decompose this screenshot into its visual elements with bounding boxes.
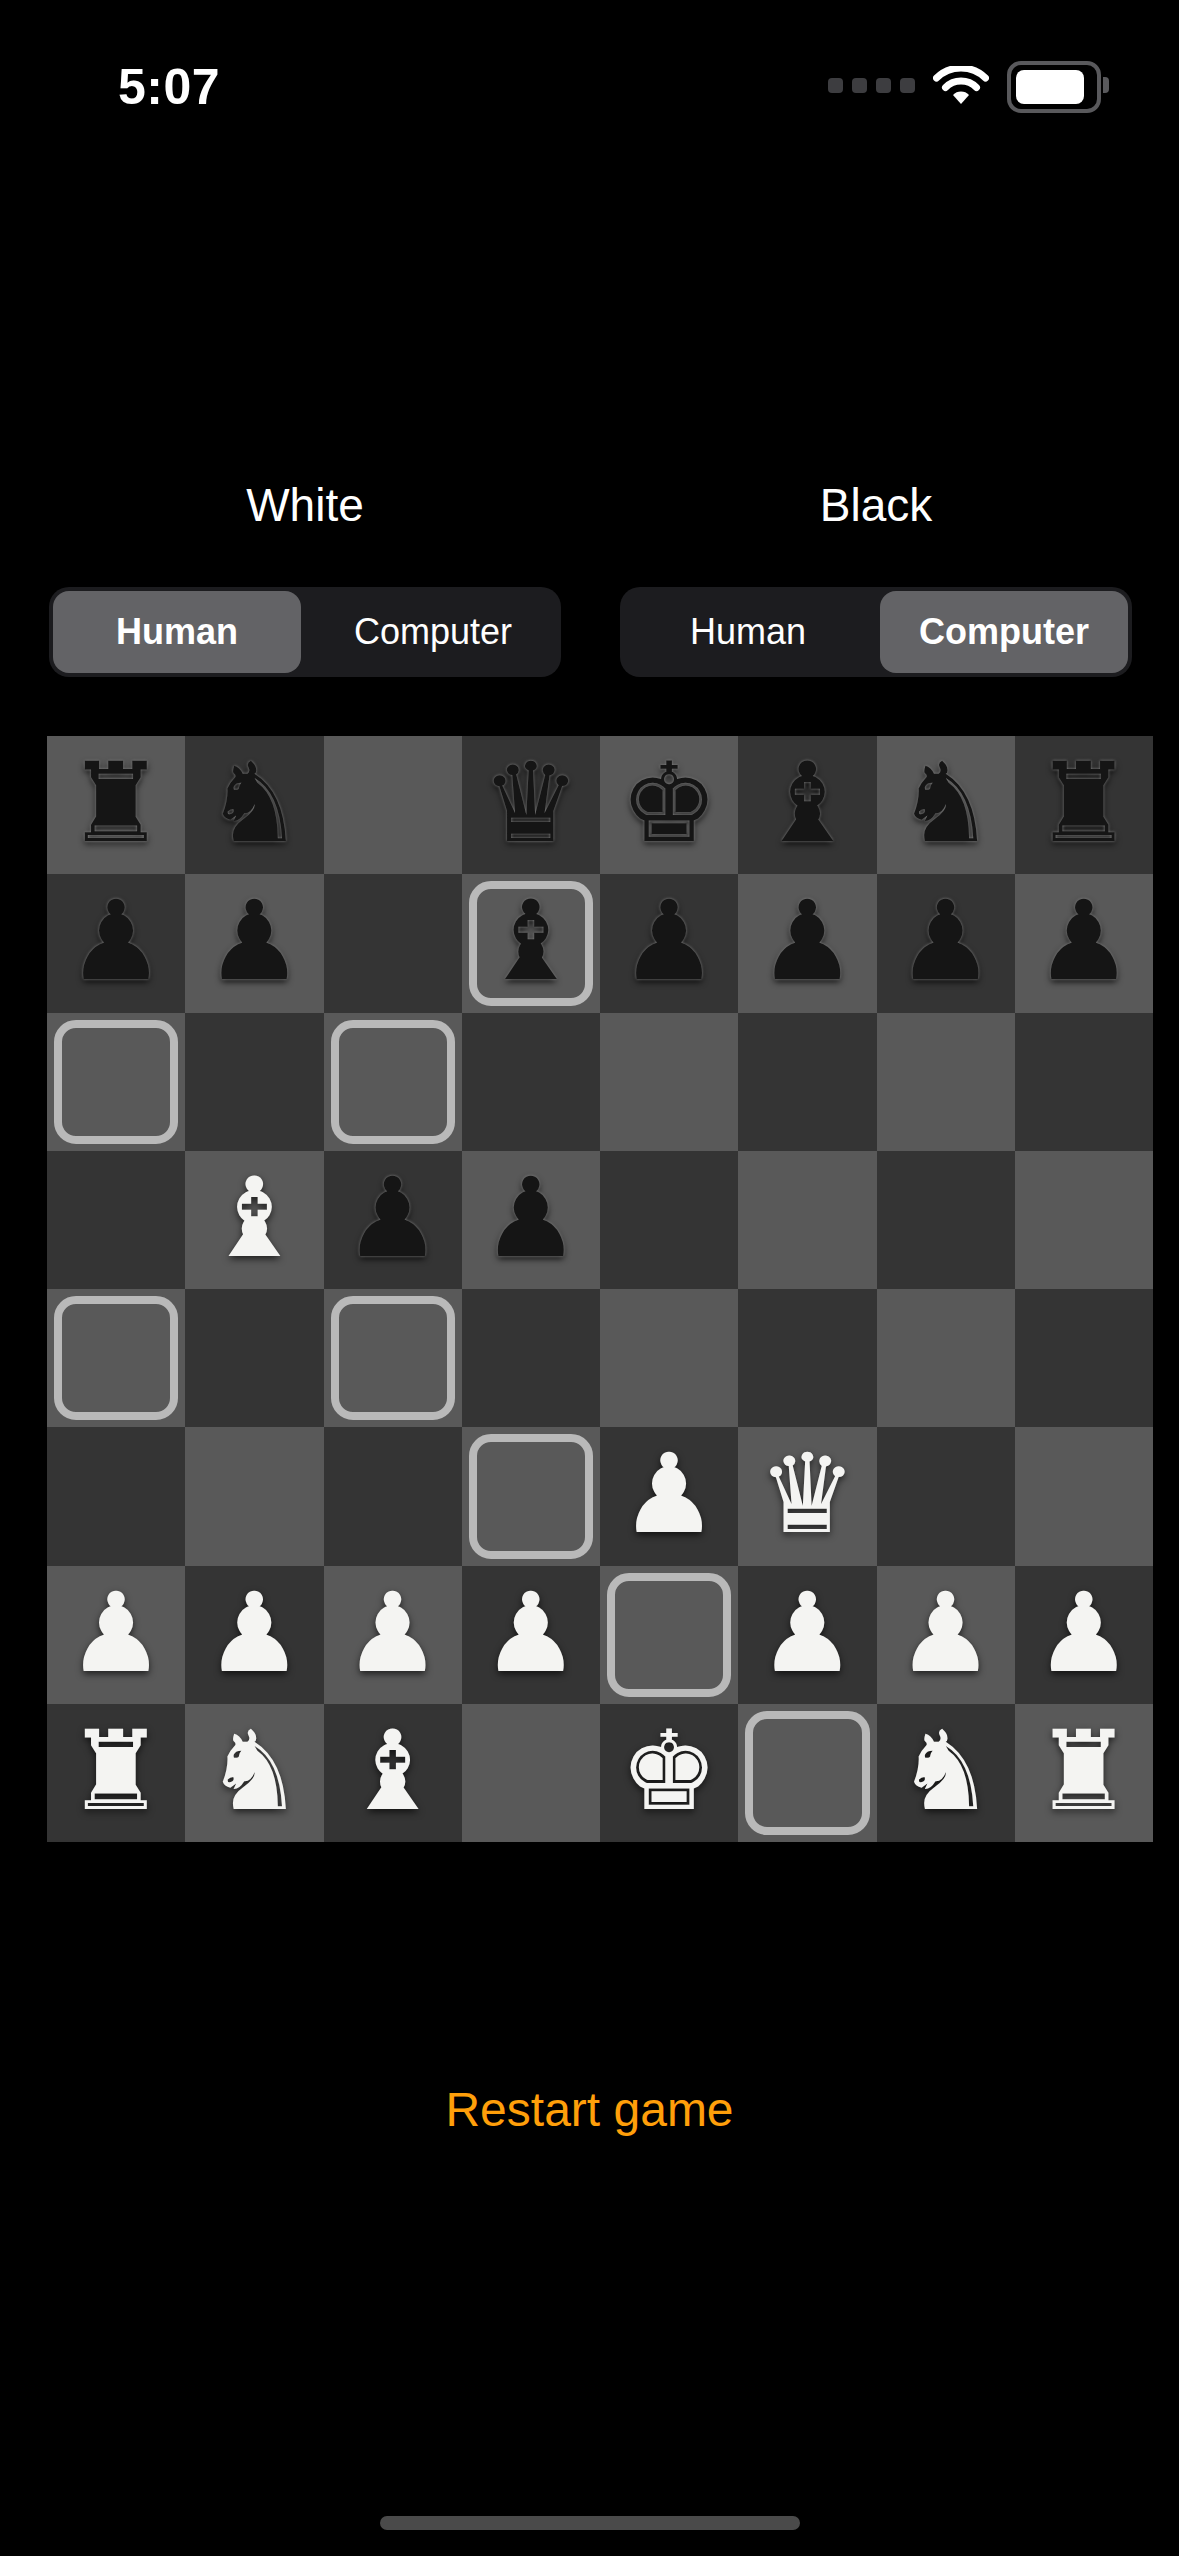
square-h5[interactable] xyxy=(1015,1151,1153,1289)
white-mode-computer-segment[interactable]: Computer xyxy=(309,591,557,673)
status-bar: 5:07 xyxy=(0,0,1179,130)
square-a4[interactable] xyxy=(47,1289,185,1427)
square-a5[interactable] xyxy=(47,1151,185,1289)
square-a3[interactable] xyxy=(47,1427,185,1565)
legal-move-highlight-f1 xyxy=(745,1711,869,1835)
black-pawn-g7[interactable]: ♟ xyxy=(896,886,995,996)
legal-move-highlight-a6 xyxy=(54,1020,178,1144)
white-bishop-b5[interactable]: ♝ xyxy=(205,1163,304,1273)
black-bishop-d7[interactable]: ♝ xyxy=(482,886,581,996)
square-b1[interactable]: ♞ xyxy=(185,1704,323,1842)
white-rook-h1[interactable]: ♜ xyxy=(1035,1716,1134,1826)
square-h6[interactable] xyxy=(1015,1013,1153,1151)
legal-move-highlight-a4 xyxy=(54,1296,178,1420)
black-pawn-h7[interactable]: ♟ xyxy=(1035,886,1134,996)
square-g7[interactable]: ♟ xyxy=(877,874,1015,1012)
square-b6[interactable] xyxy=(185,1013,323,1151)
square-a1[interactable]: ♜ xyxy=(47,1704,185,1842)
wifi-icon xyxy=(933,66,989,108)
square-c1[interactable]: ♝ xyxy=(324,1704,462,1842)
white-knight-g1[interactable]: ♞ xyxy=(896,1716,995,1826)
square-e8[interactable]: ♚ xyxy=(600,736,738,874)
square-e6[interactable] xyxy=(600,1013,738,1151)
white-mode-human-segment[interactable]: Human xyxy=(53,591,301,673)
home-indicator[interactable] xyxy=(380,2516,800,2530)
square-f1[interactable] xyxy=(738,1704,876,1842)
legal-move-highlight-e2 xyxy=(607,1573,731,1697)
white-knight-b1[interactable]: ♞ xyxy=(205,1716,304,1826)
square-b8[interactable]: ♞ xyxy=(185,736,323,874)
black-pawn-d5[interactable]: ♟ xyxy=(482,1163,581,1273)
white-pawn-c2[interactable]: ♟ xyxy=(343,1578,442,1688)
legal-move-highlight-d3 xyxy=(469,1434,593,1558)
restart-game-button[interactable]: Restart game xyxy=(0,2082,1179,2137)
square-g2[interactable]: ♟ xyxy=(877,1566,1015,1704)
white-player-label: White xyxy=(49,478,561,532)
black-knight-b8[interactable]: ♞ xyxy=(205,748,304,858)
black-rook-a8[interactable]: ♜ xyxy=(67,748,166,858)
square-d4[interactable] xyxy=(462,1289,600,1427)
square-c8[interactable] xyxy=(324,736,462,874)
square-h4[interactable] xyxy=(1015,1289,1153,1427)
square-h7[interactable]: ♟ xyxy=(1015,874,1153,1012)
black-pawn-e7[interactable]: ♟ xyxy=(620,886,719,996)
white-pawn-g2[interactable]: ♟ xyxy=(896,1578,995,1688)
black-player-label: Black xyxy=(620,478,1132,532)
square-f8[interactable]: ♝ xyxy=(738,736,876,874)
white-pawn-a2[interactable]: ♟ xyxy=(67,1578,166,1688)
square-d8[interactable]: ♛ xyxy=(462,736,600,874)
black-bishop-f8[interactable]: ♝ xyxy=(758,748,857,858)
white-pawn-h2[interactable]: ♟ xyxy=(1035,1578,1134,1688)
square-d3[interactable] xyxy=(462,1427,600,1565)
square-f4[interactable] xyxy=(738,1289,876,1427)
square-g5[interactable] xyxy=(877,1151,1015,1289)
legal-move-highlight-c6 xyxy=(331,1020,455,1144)
square-a2[interactable]: ♟ xyxy=(47,1566,185,1704)
square-b4[interactable] xyxy=(185,1289,323,1427)
square-h2[interactable]: ♟ xyxy=(1015,1566,1153,1704)
square-g8[interactable]: ♞ xyxy=(877,736,1015,874)
white-rook-a1[interactable]: ♜ xyxy=(67,1716,166,1826)
square-h1[interactable]: ♜ xyxy=(1015,1704,1153,1842)
black-pawn-a7[interactable]: ♟ xyxy=(67,886,166,996)
square-e3[interactable]: ♟ xyxy=(600,1427,738,1565)
black-pawn-c5[interactable]: ♟ xyxy=(343,1163,442,1273)
square-d7[interactable]: ♝ xyxy=(462,874,600,1012)
white-player-mode-control: Human Computer xyxy=(49,587,561,677)
square-a7[interactable]: ♟ xyxy=(47,874,185,1012)
white-pawn-d2[interactable]: ♟ xyxy=(482,1578,581,1688)
square-e7[interactable]: ♟ xyxy=(600,874,738,1012)
square-f5[interactable] xyxy=(738,1151,876,1289)
square-f6[interactable] xyxy=(738,1013,876,1151)
square-b3[interactable] xyxy=(185,1427,323,1565)
black-pawn-f7[interactable]: ♟ xyxy=(758,886,857,996)
square-a6[interactable] xyxy=(47,1013,185,1151)
white-pawn-f2[interactable]: ♟ xyxy=(758,1578,857,1688)
white-queen-f3[interactable]: ♛ xyxy=(758,1439,857,1549)
square-h3[interactable] xyxy=(1015,1427,1153,1565)
clock: 5:07 xyxy=(118,58,220,116)
square-b2[interactable]: ♟ xyxy=(185,1566,323,1704)
status-icons xyxy=(828,62,1101,112)
square-c4[interactable] xyxy=(324,1289,462,1427)
white-king-e1[interactable]: ♚ xyxy=(620,1716,719,1826)
square-c2[interactable]: ♟ xyxy=(324,1566,462,1704)
square-g3[interactable] xyxy=(877,1427,1015,1565)
square-e5[interactable] xyxy=(600,1151,738,1289)
chess-board: ♜♞♛♚♝♞♜♟♟♝♟♟♟♟♝♟♟♟♛♟♟♟♟♟♟♟♜♞♝♚♞♜ xyxy=(47,736,1153,1842)
square-f2[interactable]: ♟ xyxy=(738,1566,876,1704)
white-pawn-b2[interactable]: ♟ xyxy=(205,1578,304,1688)
square-e2[interactable] xyxy=(600,1566,738,1704)
square-f7[interactable]: ♟ xyxy=(738,874,876,1012)
square-e4[interactable] xyxy=(600,1289,738,1427)
cellular-signal-icon xyxy=(828,78,915,97)
square-d2[interactable]: ♟ xyxy=(462,1566,600,1704)
white-pawn-e3[interactable]: ♟ xyxy=(620,1439,719,1549)
square-g4[interactable] xyxy=(877,1289,1015,1427)
square-d6[interactable] xyxy=(462,1013,600,1151)
black-queen-d8[interactable]: ♛ xyxy=(482,748,581,858)
square-c5[interactable]: ♟ xyxy=(324,1151,462,1289)
square-b5[interactable]: ♝ xyxy=(185,1151,323,1289)
square-a8[interactable]: ♜ xyxy=(47,736,185,874)
black-mode-computer-segment[interactable]: Computer xyxy=(880,591,1128,673)
black-rook-h8[interactable]: ♜ xyxy=(1035,748,1134,858)
black-king-e8[interactable]: ♚ xyxy=(620,748,719,858)
square-f3[interactable]: ♛ xyxy=(738,1427,876,1565)
square-h8[interactable]: ♜ xyxy=(1015,736,1153,874)
square-b7[interactable]: ♟ xyxy=(185,874,323,1012)
battery-icon xyxy=(1007,61,1101,113)
square-d1[interactable] xyxy=(462,1704,600,1842)
square-c3[interactable] xyxy=(324,1427,462,1565)
white-bishop-c1[interactable]: ♝ xyxy=(343,1716,442,1826)
square-g1[interactable]: ♞ xyxy=(877,1704,1015,1842)
legal-move-highlight-c4 xyxy=(331,1296,455,1420)
black-knight-g8[interactable]: ♞ xyxy=(896,748,995,858)
square-c6[interactable] xyxy=(324,1013,462,1151)
black-mode-human-segment[interactable]: Human xyxy=(624,591,872,673)
square-d5[interactable]: ♟ xyxy=(462,1151,600,1289)
square-e1[interactable]: ♚ xyxy=(600,1704,738,1842)
black-player-mode-control: Human Computer xyxy=(620,587,1132,677)
black-pawn-b7[interactable]: ♟ xyxy=(205,886,304,996)
square-g6[interactable] xyxy=(877,1013,1015,1151)
square-c7[interactable] xyxy=(324,874,462,1012)
